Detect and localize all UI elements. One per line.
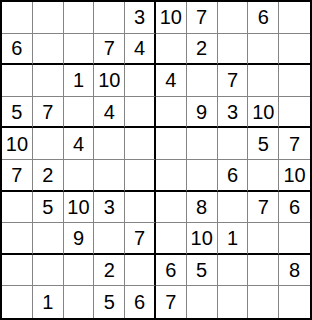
- cell-r4c10-empty[interactable]: [279, 97, 310, 129]
- cell-r2c5-given[interactable]: 4: [125, 34, 156, 66]
- cell-r5c5-empty[interactable]: [125, 128, 156, 160]
- cell-r3c3-given[interactable]: 1: [64, 65, 95, 97]
- cell-r10c6-given[interactable]: 7: [156, 286, 187, 318]
- cell-r2c8-empty[interactable]: [218, 34, 249, 66]
- cell-r3c2-empty[interactable]: [33, 65, 64, 97]
- cell-r9c2-empty[interactable]: [33, 255, 64, 287]
- cell-r6c5-empty[interactable]: [125, 160, 156, 192]
- cell-r10c10-empty[interactable]: [279, 286, 310, 318]
- cell-r1c6-given[interactable]: 10: [156, 2, 187, 34]
- cell-r5c3-given[interactable]: 4: [64, 128, 95, 160]
- cell-r6c8-given[interactable]: 6: [218, 160, 249, 192]
- cell-r7c6-empty[interactable]: [156, 192, 187, 224]
- cell-r7c3-given[interactable]: 10: [64, 192, 95, 224]
- cell-r10c5-given[interactable]: 6: [125, 286, 156, 318]
- cell-r8c2-empty[interactable]: [33, 223, 64, 255]
- cell-r7c2-given[interactable]: 5: [33, 192, 64, 224]
- sudoku-board: 3107667421104757493101045772610510387697…: [0, 0, 312, 320]
- cell-r6c6-empty[interactable]: [156, 160, 187, 192]
- cell-r9c10-given[interactable]: 8: [279, 255, 310, 287]
- cell-r8c1-empty[interactable]: [2, 223, 33, 255]
- cell-r6c7-empty[interactable]: [187, 160, 218, 192]
- cell-r4c7-given[interactable]: 9: [187, 97, 218, 129]
- cell-r10c1-empty[interactable]: [2, 286, 33, 318]
- cell-r9c6-given[interactable]: 6: [156, 255, 187, 287]
- cell-r6c9-empty[interactable]: [248, 160, 279, 192]
- cell-r9c3-empty[interactable]: [64, 255, 95, 287]
- cell-r9c1-empty[interactable]: [2, 255, 33, 287]
- cell-r1c1-empty[interactable]: [2, 2, 33, 34]
- cell-r5c9-given[interactable]: 5: [248, 128, 279, 160]
- cell-r7c10-given[interactable]: 6: [279, 192, 310, 224]
- cell-r8c7-given[interactable]: 10: [187, 223, 218, 255]
- cell-r5c6-empty[interactable]: [156, 128, 187, 160]
- cell-r7c9-given[interactable]: 7: [248, 192, 279, 224]
- cell-r1c7-given[interactable]: 7: [187, 2, 218, 34]
- cell-r3c1-empty[interactable]: [2, 65, 33, 97]
- cell-r1c9-given[interactable]: 6: [248, 2, 279, 34]
- cell-r10c7-empty[interactable]: [187, 286, 218, 318]
- cell-r5c1-given[interactable]: 10: [2, 128, 33, 160]
- cell-r8c10-empty[interactable]: [279, 223, 310, 255]
- cell-r10c3-empty[interactable]: [64, 286, 95, 318]
- cell-r10c2-given[interactable]: 1: [33, 286, 64, 318]
- cell-r2c10-empty[interactable]: [279, 34, 310, 66]
- cell-r2c7-given[interactable]: 2: [187, 34, 218, 66]
- cell-r3c10-empty[interactable]: [279, 65, 310, 97]
- cell-r4c6-empty[interactable]: [156, 97, 187, 129]
- cell-r10c4-given[interactable]: 5: [94, 286, 125, 318]
- cell-r9c5-empty[interactable]: [125, 255, 156, 287]
- cell-r3c8-given[interactable]: 7: [218, 65, 249, 97]
- cell-r3c7-empty[interactable]: [187, 65, 218, 97]
- cell-r9c8-empty[interactable]: [218, 255, 249, 287]
- cell-r7c5-empty[interactable]: [125, 192, 156, 224]
- cell-r4c9-given[interactable]: 10: [248, 97, 279, 129]
- cell-r8c5-given[interactable]: 7: [125, 223, 156, 255]
- cell-r2c6-empty[interactable]: [156, 34, 187, 66]
- cell-r3c5-empty[interactable]: [125, 65, 156, 97]
- cell-r4c2-given[interactable]: 7: [33, 97, 64, 129]
- cell-r8c9-empty[interactable]: [248, 223, 279, 255]
- cell-r9c9-empty[interactable]: [248, 255, 279, 287]
- cell-r4c8-given[interactable]: 3: [218, 97, 249, 129]
- cell-r9c7-given[interactable]: 5: [187, 255, 218, 287]
- cell-r9c4-given[interactable]: 2: [94, 255, 125, 287]
- cell-r1c8-empty[interactable]: [218, 2, 249, 34]
- cell-r1c2-empty[interactable]: [33, 2, 64, 34]
- cell-r5c7-empty[interactable]: [187, 128, 218, 160]
- cell-r3c9-empty[interactable]: [248, 65, 279, 97]
- cell-r1c10-empty[interactable]: [279, 2, 310, 34]
- cell-r3c6-given[interactable]: 4: [156, 65, 187, 97]
- cell-r6c4-empty[interactable]: [94, 160, 125, 192]
- cell-r8c4-empty[interactable]: [94, 223, 125, 255]
- cell-r1c5-given[interactable]: 3: [125, 2, 156, 34]
- cell-r4c3-empty[interactable]: [64, 97, 95, 129]
- cell-r8c6-empty[interactable]: [156, 223, 187, 255]
- cell-r4c5-empty[interactable]: [125, 97, 156, 129]
- cell-r10c9-empty[interactable]: [248, 286, 279, 318]
- cell-r1c3-empty[interactable]: [64, 2, 95, 34]
- cell-r5c8-empty[interactable]: [218, 128, 249, 160]
- cell-r5c2-empty[interactable]: [33, 128, 64, 160]
- cell-r1c4-empty[interactable]: [94, 2, 125, 34]
- cell-r8c3-given[interactable]: 9: [64, 223, 95, 255]
- cell-r7c7-given[interactable]: 8: [187, 192, 218, 224]
- cell-r2c9-empty[interactable]: [248, 34, 279, 66]
- cell-r5c10-given[interactable]: 7: [279, 128, 310, 160]
- cell-r3c4-given[interactable]: 10: [94, 65, 125, 97]
- cell-r5c4-empty[interactable]: [94, 128, 125, 160]
- cell-r2c1-given[interactable]: 6: [2, 34, 33, 66]
- cell-r2c3-empty[interactable]: [64, 34, 95, 66]
- cell-r4c4-given[interactable]: 4: [94, 97, 125, 129]
- cell-r6c1-given[interactable]: 7: [2, 160, 33, 192]
- cell-r2c4-given[interactable]: 7: [94, 34, 125, 66]
- cell-r7c1-empty[interactable]: [2, 192, 33, 224]
- cell-r8c8-given[interactable]: 1: [218, 223, 249, 255]
- cell-r6c3-empty[interactable]: [64, 160, 95, 192]
- cell-r2c2-empty[interactable]: [33, 34, 64, 66]
- cell-r4c1-given[interactable]: 5: [2, 97, 33, 129]
- cell-r7c4-given[interactable]: 3: [94, 192, 125, 224]
- cell-r6c2-given[interactable]: 2: [33, 160, 64, 192]
- cell-r10c8-empty[interactable]: [218, 286, 249, 318]
- cell-r7c8-empty[interactable]: [218, 192, 249, 224]
- cell-r6c10-given[interactable]: 10: [279, 160, 310, 192]
